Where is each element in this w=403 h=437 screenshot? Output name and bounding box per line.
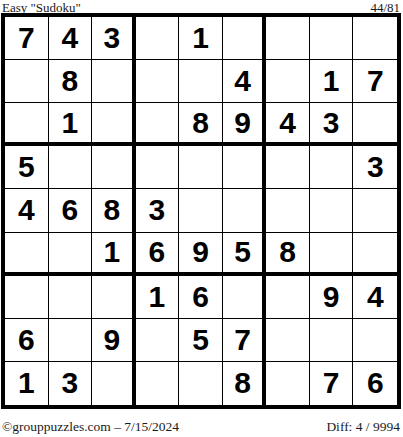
cell-r3c6: 9 bbox=[223, 103, 267, 146]
cell-r1c5: 1 bbox=[179, 17, 223, 60]
cell-r6c9 bbox=[353, 233, 397, 276]
cell-r7c4: 1 bbox=[136, 276, 180, 319]
cell-r2c1 bbox=[5, 60, 49, 103]
cell-r3c1 bbox=[5, 103, 49, 146]
cell-r3c9 bbox=[353, 103, 397, 146]
cell-r2c6: 4 bbox=[223, 60, 267, 103]
cell-r1c2: 4 bbox=[49, 17, 93, 60]
cell-r5c3: 8 bbox=[92, 189, 136, 232]
cell-r2c4 bbox=[136, 60, 180, 103]
cell-r3c8: 3 bbox=[310, 103, 354, 146]
cell-r5c2: 6 bbox=[49, 189, 93, 232]
cell-r8c8 bbox=[310, 319, 354, 362]
cell-r8c7 bbox=[266, 319, 310, 362]
cell-r3c5: 8 bbox=[179, 103, 223, 146]
cell-r8c6: 7 bbox=[223, 319, 267, 362]
cell-r9c5 bbox=[179, 362, 223, 405]
cell-r9c6: 8 bbox=[223, 362, 267, 405]
cell-r7c1 bbox=[5, 276, 49, 319]
cell-r3c2: 1 bbox=[49, 103, 93, 146]
cell-r1c7 bbox=[266, 17, 310, 60]
cell-r6c5: 9 bbox=[179, 233, 223, 276]
cell-r4c7 bbox=[266, 146, 310, 189]
cell-r5c6 bbox=[223, 189, 267, 232]
cell-r3c3 bbox=[92, 103, 136, 146]
cell-r4c1: 5 bbox=[5, 146, 49, 189]
cell-r9c1: 1 bbox=[5, 362, 49, 405]
cell-r4c2 bbox=[49, 146, 93, 189]
cell-r6c6: 5 bbox=[223, 233, 267, 276]
cell-r4c6 bbox=[223, 146, 267, 189]
cell-r6c7: 8 bbox=[266, 233, 310, 276]
cell-r3c4 bbox=[136, 103, 180, 146]
cell-r5c7 bbox=[266, 189, 310, 232]
cell-r2c5 bbox=[179, 60, 223, 103]
cell-r9c7 bbox=[266, 362, 310, 405]
cell-r8c1: 6 bbox=[5, 319, 49, 362]
cell-r8c9 bbox=[353, 319, 397, 362]
cell-r6c8 bbox=[310, 233, 354, 276]
cell-r9c8: 7 bbox=[310, 362, 354, 405]
cell-r2c2: 8 bbox=[49, 60, 93, 103]
cell-r5c5 bbox=[179, 189, 223, 232]
cell-r5c9 bbox=[353, 189, 397, 232]
cell-r1c1: 7 bbox=[5, 17, 49, 60]
cell-r7c2 bbox=[49, 276, 93, 319]
cell-r2c9: 7 bbox=[353, 60, 397, 103]
cell-r1c8 bbox=[310, 17, 354, 60]
footer: ©grouppuzzles.com – 7/15/2024 Diff: 4 / … bbox=[2, 420, 400, 433]
cell-r1c9 bbox=[353, 17, 397, 60]
cell-r8c4 bbox=[136, 319, 180, 362]
cell-r5c1: 4 bbox=[5, 189, 49, 232]
cell-r2c7 bbox=[266, 60, 310, 103]
cell-r7c8: 9 bbox=[310, 276, 354, 319]
cell-r9c2: 3 bbox=[49, 362, 93, 405]
sudoku-board: 7431841718943534683169581694695713876 bbox=[1, 13, 401, 409]
cell-r1c4 bbox=[136, 17, 180, 60]
cell-r7c3 bbox=[92, 276, 136, 319]
cell-r9c4 bbox=[136, 362, 180, 405]
cell-r8c2 bbox=[49, 319, 93, 362]
cell-r7c9: 4 bbox=[353, 276, 397, 319]
copyright-text: ©grouppuzzles.com – 7/15/2024 bbox=[2, 420, 179, 433]
difficulty-text: Diff: 4 / 9994 bbox=[326, 420, 400, 433]
cell-r9c3 bbox=[92, 362, 136, 405]
cell-r4c5 bbox=[179, 146, 223, 189]
cell-r5c4: 3 bbox=[136, 189, 180, 232]
cell-r5c8 bbox=[310, 189, 354, 232]
cell-r3c7: 4 bbox=[266, 103, 310, 146]
cell-r6c4: 6 bbox=[136, 233, 180, 276]
cell-r2c8: 1 bbox=[310, 60, 354, 103]
cell-r4c9: 3 bbox=[353, 146, 397, 189]
cell-r4c8 bbox=[310, 146, 354, 189]
cell-r7c7 bbox=[266, 276, 310, 319]
cell-r8c3: 9 bbox=[92, 319, 136, 362]
cell-r7c6 bbox=[223, 276, 267, 319]
cell-r1c3: 3 bbox=[92, 17, 136, 60]
cell-r8c5: 5 bbox=[179, 319, 223, 362]
cell-r9c9: 6 bbox=[353, 362, 397, 405]
cell-r6c2 bbox=[49, 233, 93, 276]
cell-r1c6 bbox=[223, 17, 267, 60]
cell-r2c3 bbox=[92, 60, 136, 103]
cell-r4c3 bbox=[92, 146, 136, 189]
cell-r6c1 bbox=[5, 233, 49, 276]
cell-r4c4 bbox=[136, 146, 180, 189]
cell-r6c3: 1 bbox=[92, 233, 136, 276]
cell-r7c5: 6 bbox=[179, 276, 223, 319]
